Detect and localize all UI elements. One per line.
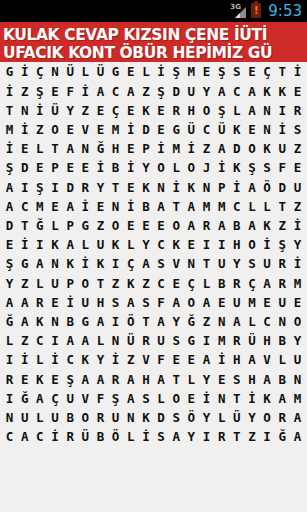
grid-cell[interactable]: I: [260, 428, 275, 447]
grid-cell[interactable]: C: [2, 428, 17, 447]
grid-cell[interactable]: C: [63, 351, 78, 370]
grid-cell[interactable]: M: [32, 197, 47, 216]
grid-cell[interactable]: Ş: [108, 389, 123, 408]
grid-cell[interactable]: A: [214, 217, 229, 236]
grid-cell[interactable]: E: [169, 351, 184, 370]
grid-cell[interactable]: L: [32, 351, 47, 370]
grid-cell[interactable]: A: [123, 293, 138, 312]
grid-cell[interactable]: Ç: [123, 255, 138, 274]
grid-cell[interactable]: E: [63, 121, 78, 140]
grid-cell[interactable]: Ğ: [184, 313, 199, 332]
grid-cell[interactable]: A: [260, 370, 275, 389]
grid-cell[interactable]: L: [199, 274, 214, 293]
grid-cell[interactable]: A: [93, 82, 108, 101]
grid-cell[interactable]: C: [32, 332, 47, 351]
grid-cell[interactable]: İ: [78, 197, 93, 216]
grid-cell[interactable]: İ: [229, 178, 244, 197]
grid-cell[interactable]: B: [108, 159, 123, 178]
grid-cell[interactable]: N: [184, 255, 199, 274]
grid-cell[interactable]: E: [93, 197, 108, 216]
grid-cell[interactable]: A: [17, 313, 32, 332]
grid-cell[interactable]: P: [63, 274, 78, 293]
grid-cell[interactable]: K: [229, 121, 244, 140]
grid-cell[interactable]: Ç: [260, 63, 275, 82]
grid-cell[interactable]: A: [32, 389, 47, 408]
grid-cell[interactable]: İ: [32, 101, 47, 120]
grid-cell[interactable]: B: [63, 409, 78, 428]
grid-cell[interactable]: A: [214, 140, 229, 159]
grid-cell[interactable]: İ: [63, 293, 78, 312]
grid-cell[interactable]: M: [214, 332, 229, 351]
grid-cell[interactable]: K: [184, 178, 199, 197]
grid-cell[interactable]: E: [32, 159, 47, 178]
grid-cell[interactable]: M: [184, 63, 199, 82]
grid-cell[interactable]: E: [47, 197, 62, 216]
grid-cell[interactable]: I: [47, 332, 62, 351]
grid-cell[interactable]: A: [169, 428, 184, 447]
grid-cell[interactable]: L: [244, 197, 259, 216]
grid-cell[interactable]: Ş: [275, 236, 290, 255]
grid-cell[interactable]: Ş: [214, 101, 229, 120]
grid-cell[interactable]: E: [17, 140, 32, 159]
grid-cell[interactable]: S: [290, 121, 305, 140]
grid-cell[interactable]: U: [108, 409, 123, 428]
grid-cell[interactable]: A: [290, 428, 305, 447]
grid-cell[interactable]: U: [78, 293, 93, 312]
grid-cell[interactable]: G: [78, 217, 93, 236]
grid-cell[interactable]: G: [78, 313, 93, 332]
grid-cell[interactable]: Z: [244, 428, 259, 447]
grid-cell[interactable]: Ü: [184, 121, 199, 140]
grid-cell[interactable]: R: [108, 370, 123, 389]
grid-cell[interactable]: C: [32, 428, 47, 447]
grid-cell[interactable]: U: [290, 351, 305, 370]
grid-cell[interactable]: U: [47, 409, 62, 428]
grid-cell[interactable]: İ: [2, 82, 17, 101]
grid-cell[interactable]: İ: [290, 255, 305, 274]
grid-cell[interactable]: O: [184, 293, 199, 312]
grid-cell[interactable]: B: [138, 197, 153, 216]
grid-cell[interactable]: Ğ: [93, 140, 108, 159]
grid-cell[interactable]: V: [138, 351, 153, 370]
grid-cell[interactable]: U: [290, 178, 305, 197]
grid-cell[interactable]: H: [138, 370, 153, 389]
grid-cell[interactable]: L: [123, 236, 138, 255]
grid-cell[interactable]: N: [47, 255, 62, 274]
grid-cell[interactable]: İ: [153, 140, 168, 159]
grid-cell[interactable]: A: [184, 217, 199, 236]
grid-cell[interactable]: R: [32, 293, 47, 312]
grid-cell[interactable]: P: [214, 178, 229, 197]
grid-cell[interactable]: L: [32, 274, 47, 293]
grid-cell[interactable]: U: [184, 82, 199, 101]
grid-cell[interactable]: V: [78, 121, 93, 140]
grid-cell[interactable]: M: [2, 121, 17, 140]
grid-cell[interactable]: R: [93, 409, 108, 428]
grid-cell[interactable]: F: [153, 351, 168, 370]
grid-cell[interactable]: B: [275, 370, 290, 389]
grid-cell[interactable]: İ: [244, 389, 259, 408]
grid-cell[interactable]: R: [229, 332, 244, 351]
grid-cell[interactable]: E: [123, 101, 138, 120]
grid-cell[interactable]: A: [93, 370, 108, 389]
grid-cell[interactable]: S: [229, 370, 244, 389]
grid-cell[interactable]: L: [214, 409, 229, 428]
grid-cell[interactable]: G: [17, 255, 32, 274]
grid-cell[interactable]: N: [275, 313, 290, 332]
grid-cell[interactable]: O: [153, 159, 168, 178]
grid-cell[interactable]: N: [153, 178, 168, 197]
grid-cell[interactable]: C: [153, 274, 168, 293]
grid-cell[interactable]: Ş: [63, 370, 78, 389]
grid-cell[interactable]: İ: [17, 63, 32, 82]
grid-cell[interactable]: K: [229, 159, 244, 178]
grid-cell[interactable]: Ü: [47, 101, 62, 120]
grid-cell[interactable]: A: [123, 82, 138, 101]
grid-cell[interactable]: A: [275, 389, 290, 408]
grid-cell[interactable]: Z: [17, 274, 32, 293]
grid-cell[interactable]: N: [108, 332, 123, 351]
letter-grid[interactable]: GİÇNÜLÜGELİŞMEŞSEÇTİİZŞEFİACAZŞDUYACAKKE…: [2, 63, 305, 447]
grid-cell[interactable]: O: [108, 217, 123, 236]
grid-cell[interactable]: E: [47, 293, 62, 312]
grid-cell[interactable]: N: [47, 313, 62, 332]
grid-cell[interactable]: R: [275, 409, 290, 428]
grid-cell[interactable]: R: [2, 370, 17, 389]
grid-cell[interactable]: Ğ: [2, 313, 17, 332]
grid-cell[interactable]: B: [229, 217, 244, 236]
grid-cell[interactable]: B: [275, 332, 290, 351]
grid-cell[interactable]: Ö: [260, 178, 275, 197]
grid-cell[interactable]: Y: [138, 236, 153, 255]
grid-cell[interactable]: K: [260, 217, 275, 236]
grid-cell[interactable]: E: [138, 217, 153, 236]
grid-cell[interactable]: K: [138, 101, 153, 120]
grid-cell[interactable]: M: [290, 274, 305, 293]
grid-cell[interactable]: İ: [123, 197, 138, 216]
grid-cell[interactable]: Ö: [123, 313, 138, 332]
grid-cell[interactable]: I: [32, 236, 47, 255]
grid-cell[interactable]: Ş: [2, 159, 17, 178]
grid-cell[interactable]: O: [169, 217, 184, 236]
grid-cell[interactable]: E: [260, 293, 275, 312]
grid-cell[interactable]: Ü: [93, 63, 108, 82]
grid-cell[interactable]: R: [229, 274, 244, 293]
grid-cell[interactable]: K: [138, 178, 153, 197]
grid-cell[interactable]: A: [153, 370, 168, 389]
grid-cell[interactable]: I: [17, 178, 32, 197]
grid-cell[interactable]: T: [199, 255, 214, 274]
grid-cell[interactable]: İ: [214, 351, 229, 370]
grid-cell[interactable]: I: [2, 389, 17, 408]
grid-cell[interactable]: O: [244, 140, 259, 159]
grid-cell[interactable]: T: [169, 197, 184, 216]
grid-cell[interactable]: I: [275, 101, 290, 120]
grid-cell[interactable]: U: [93, 236, 108, 255]
grid-cell[interactable]: P: [138, 140, 153, 159]
grid-cell[interactable]: T: [108, 178, 123, 197]
grid-cell[interactable]: D: [229, 140, 244, 159]
grid-cell[interactable]: K: [32, 370, 47, 389]
grid-cell[interactable]: A: [199, 293, 214, 312]
grid-cell[interactable]: V: [260, 351, 275, 370]
grid-cell[interactable]: İ: [2, 140, 17, 159]
grid-cell[interactable]: U: [47, 274, 62, 293]
grid-cell[interactable]: G: [184, 332, 199, 351]
grid-cell[interactable]: Z: [290, 197, 305, 216]
grid-cell[interactable]: E: [78, 159, 93, 178]
grid-cell[interactable]: İ: [93, 159, 108, 178]
grid-cell[interactable]: A: [260, 274, 275, 293]
grid-cell[interactable]: Ö: [184, 409, 199, 428]
grid-cell[interactable]: Z: [123, 351, 138, 370]
grid-cell[interactable]: Y: [244, 409, 259, 428]
grid-cell[interactable]: K: [47, 236, 62, 255]
grid-cell[interactable]: L: [47, 217, 62, 236]
grid-cell[interactable]: A: [93, 313, 108, 332]
grid-cell[interactable]: İ: [169, 178, 184, 197]
grid-cell[interactable]: E: [123, 140, 138, 159]
grid-cell[interactable]: A: [123, 389, 138, 408]
grid-cell[interactable]: C: [260, 313, 275, 332]
grid-cell[interactable]: S: [169, 332, 184, 351]
grid-cell[interactable]: K: [138, 409, 153, 428]
grid-cell[interactable]: A: [153, 197, 168, 216]
grid-cell[interactable]: T: [138, 313, 153, 332]
grid-cell[interactable]: İ: [78, 82, 93, 101]
grid-cell[interactable]: A: [63, 140, 78, 159]
grid-cell[interactable]: L: [32, 140, 47, 159]
grid-cell[interactable]: A: [63, 332, 78, 351]
grid-cell[interactable]: U: [17, 409, 32, 428]
grid-cell[interactable]: Z: [78, 101, 93, 120]
grid-cell[interactable]: N: [123, 409, 138, 428]
grid-cell[interactable]: E: [199, 63, 214, 82]
grid-cell[interactable]: G: [108, 63, 123, 82]
grid-cell[interactable]: A: [63, 197, 78, 216]
grid-cell[interactable]: Z: [199, 140, 214, 159]
grid-cell[interactable]: İ: [138, 428, 153, 447]
grid-cell[interactable]: H: [108, 140, 123, 159]
grid-cell[interactable]: Z: [275, 217, 290, 236]
grid-cell[interactable]: A: [63, 236, 78, 255]
grid-cell[interactable]: Ş: [153, 82, 168, 101]
grid-cell[interactable]: A: [244, 217, 259, 236]
grid-cell[interactable]: İ: [17, 236, 32, 255]
grid-cell[interactable]: C: [153, 236, 168, 255]
grid-cell[interactable]: E: [184, 351, 199, 370]
grid-cell[interactable]: K: [260, 82, 275, 101]
grid-cell[interactable]: Ş: [32, 178, 47, 197]
grid-cell[interactable]: L: [123, 428, 138, 447]
grid-cell[interactable]: F: [93, 389, 108, 408]
grid-cell[interactable]: N: [78, 140, 93, 159]
grid-cell[interactable]: A: [214, 82, 229, 101]
grid-cell[interactable]: T: [169, 370, 184, 389]
grid-cell[interactable]: C: [229, 82, 244, 101]
grid-cell[interactable]: N: [108, 197, 123, 216]
grid-cell[interactable]: Z: [17, 332, 32, 351]
grid-cell[interactable]: K: [275, 82, 290, 101]
grid-cell[interactable]: L: [2, 332, 17, 351]
grid-cell[interactable]: R: [275, 274, 290, 293]
grid-cell[interactable]: I: [2, 351, 17, 370]
grid-cell[interactable]: E: [47, 370, 62, 389]
grid-cell[interactable]: F: [153, 293, 168, 312]
grid-cell[interactable]: U: [153, 332, 168, 351]
grid-cell[interactable]: I: [199, 236, 214, 255]
grid-cell[interactable]: A: [290, 409, 305, 428]
grid-cell[interactable]: T: [275, 197, 290, 216]
grid-cell[interactable]: A: [78, 370, 93, 389]
grid-cell[interactable]: Ç: [184, 274, 199, 293]
grid-cell[interactable]: E: [2, 236, 17, 255]
grid-cell[interactable]: İ: [214, 159, 229, 178]
grid-cell[interactable]: K: [93, 255, 108, 274]
grid-cell[interactable]: D: [138, 121, 153, 140]
grid-cell[interactable]: C: [229, 197, 244, 216]
grid-cell[interactable]: E: [47, 82, 62, 101]
grid-cell[interactable]: M: [244, 293, 259, 312]
grid-cell[interactable]: O: [47, 121, 62, 140]
grid-cell[interactable]: E: [153, 121, 168, 140]
grid-cell[interactable]: İ: [17, 121, 32, 140]
grid-cell[interactable]: L: [78, 236, 93, 255]
grid-cell[interactable]: A: [244, 351, 259, 370]
grid-cell[interactable]: S: [229, 63, 244, 82]
grid-cell[interactable]: A: [2, 197, 17, 216]
grid-cell[interactable]: A: [78, 332, 93, 351]
grid-cell[interactable]: S: [153, 428, 168, 447]
grid-cell[interactable]: R: [214, 428, 229, 447]
grid-cell[interactable]: D: [153, 409, 168, 428]
grid-cell[interactable]: E: [123, 178, 138, 197]
grid-cell[interactable]: N: [199, 178, 214, 197]
grid-cell[interactable]: S: [153, 255, 168, 274]
grid-cell[interactable]: İ: [123, 159, 138, 178]
grid-cell[interactable]: İ: [184, 140, 199, 159]
grid-cell[interactable]: A: [244, 178, 259, 197]
grid-cell[interactable]: Z: [138, 274, 153, 293]
grid-cell[interactable]: O: [78, 409, 93, 428]
grid-cell[interactable]: R: [138, 332, 153, 351]
grid-cell[interactable]: V: [169, 255, 184, 274]
grid-cell[interactable]: A: [32, 255, 47, 274]
grid-cell[interactable]: Z: [138, 82, 153, 101]
grid-cell[interactable]: P: [47, 159, 62, 178]
grid-cell[interactable]: E: [93, 101, 108, 120]
grid-cell[interactable]: B: [63, 313, 78, 332]
grid-cell[interactable]: L: [78, 63, 93, 82]
grid-cell[interactable]: Ş: [214, 63, 229, 82]
grid-cell[interactable]: R: [275, 255, 290, 274]
grid-cell[interactable]: İ: [123, 121, 138, 140]
grid-cell[interactable]: E: [214, 293, 229, 312]
grid-cell[interactable]: J: [199, 159, 214, 178]
grid-cell[interactable]: Y: [63, 101, 78, 120]
grid-cell[interactable]: I: [108, 313, 123, 332]
grid-cell[interactable]: O: [260, 409, 275, 428]
grid-cell[interactable]: N: [214, 313, 229, 332]
grid-cell[interactable]: T: [17, 217, 32, 236]
grid-cell[interactable]: R: [63, 428, 78, 447]
grid-cell[interactable]: E: [214, 370, 229, 389]
grid-cell[interactable]: Ş: [2, 255, 17, 274]
grid-cell[interactable]: H: [244, 370, 259, 389]
grid-cell[interactable]: İ: [260, 236, 275, 255]
grid-cell[interactable]: L: [93, 332, 108, 351]
grid-cell[interactable]: Ç: [32, 63, 47, 82]
grid-cell[interactable]: A: [184, 197, 199, 216]
grid-cell[interactable]: K: [63, 255, 78, 274]
grid-cell[interactable]: S: [138, 293, 153, 312]
grid-cell[interactable]: U: [275, 293, 290, 312]
grid-cell[interactable]: R: [169, 101, 184, 120]
grid-cell[interactable]: Y: [2, 274, 17, 293]
grid-cell[interactable]: Y: [229, 255, 244, 274]
grid-cell[interactable]: A: [229, 313, 244, 332]
grid-cell[interactable]: Ş: [169, 63, 184, 82]
grid-cell[interactable]: A: [244, 101, 259, 120]
grid-cell[interactable]: L: [169, 159, 184, 178]
grid-cell[interactable]: K: [32, 313, 47, 332]
grid-cell[interactable]: C: [199, 121, 214, 140]
grid-cell[interactable]: Ü: [123, 332, 138, 351]
grid-cell[interactable]: K: [260, 389, 275, 408]
grid-cell[interactable]: K: [108, 236, 123, 255]
grid-cell[interactable]: İ: [290, 217, 305, 236]
grid-cell[interactable]: O: [184, 159, 199, 178]
grid-cell[interactable]: Ü: [229, 409, 244, 428]
grid-cell[interactable]: H: [229, 236, 244, 255]
grid-cell[interactable]: N: [17, 101, 32, 120]
grid-cell[interactable]: O: [199, 101, 214, 120]
grid-cell[interactable]: A: [2, 293, 17, 312]
grid-cell[interactable]: K: [123, 274, 138, 293]
grid-cell[interactable]: Ü: [63, 63, 78, 82]
grid-cell[interactable]: Ü: [214, 121, 229, 140]
grid-cell[interactable]: L: [153, 389, 168, 408]
grid-cell[interactable]: Z: [108, 274, 123, 293]
grid-cell[interactable]: T: [47, 140, 62, 159]
grid-cell[interactable]: L: [260, 197, 275, 216]
grid-cell[interactable]: M: [169, 140, 184, 159]
grid-cell[interactable]: E: [93, 121, 108, 140]
grid-cell[interactable]: S: [138, 389, 153, 408]
grid-cell[interactable]: A: [17, 293, 32, 312]
grid-cell[interactable]: Y: [199, 370, 214, 389]
grid-cell[interactable]: A: [17, 428, 32, 447]
grid-cell[interactable]: S: [169, 409, 184, 428]
grid-cell[interactable]: Ğ: [275, 428, 290, 447]
grid-cell[interactable]: K: [78, 351, 93, 370]
grid-cell[interactable]: İ: [153, 63, 168, 82]
grid-cell[interactable]: Y: [169, 313, 184, 332]
grid-cell[interactable]: S: [108, 293, 123, 312]
grid-cell[interactable]: T: [229, 428, 244, 447]
grid-cell[interactable]: A: [2, 178, 17, 197]
grid-cell[interactable]: E: [123, 217, 138, 236]
grid-cell[interactable]: O: [78, 274, 93, 293]
grid-cell[interactable]: I: [214, 236, 229, 255]
grid-cell[interactable]: U: [63, 389, 78, 408]
grid-cell[interactable]: E: [184, 236, 199, 255]
grid-cell[interactable]: Ş: [244, 159, 259, 178]
grid-cell[interactable]: O: [290, 313, 305, 332]
grid-cell[interactable]: Y: [290, 236, 305, 255]
grid-cell[interactable]: Ş: [32, 82, 47, 101]
grid-cell[interactable]: O: [244, 236, 259, 255]
